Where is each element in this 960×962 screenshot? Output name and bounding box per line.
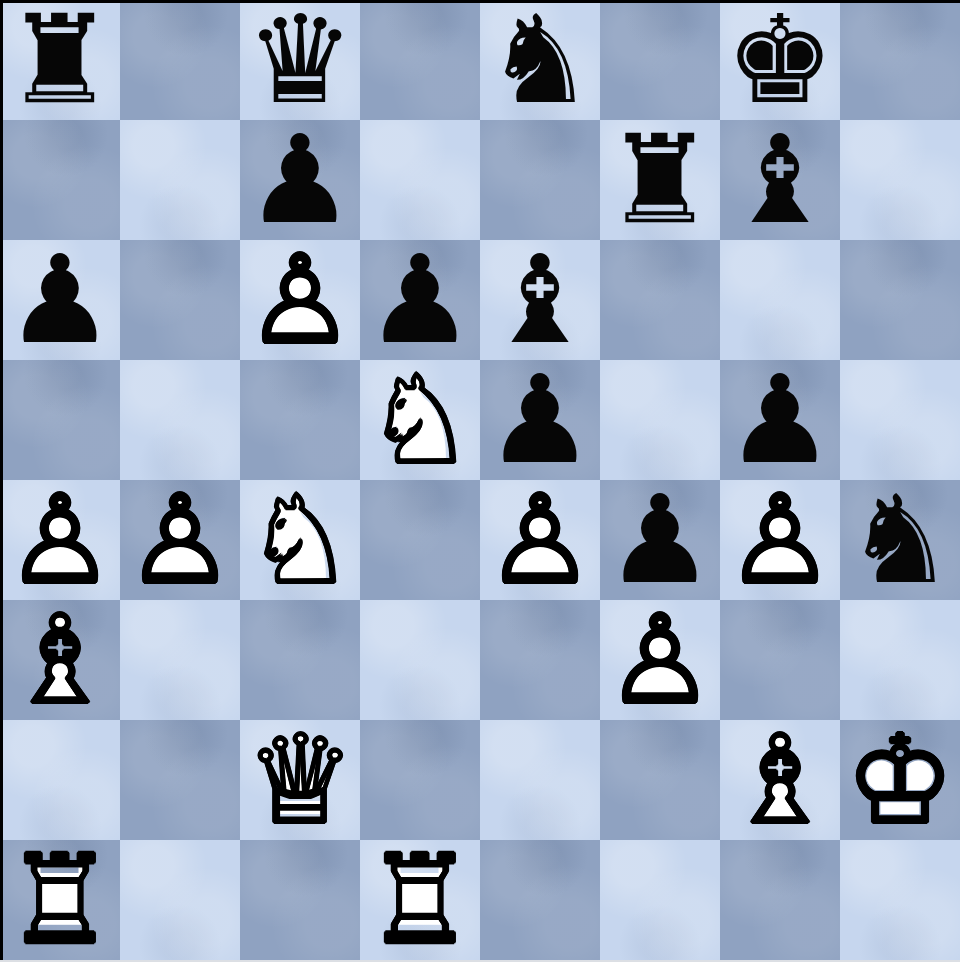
square-a4[interactable]: ♟♙	[0, 480, 120, 600]
white-bishop-a3[interactable]: ♝♗	[0, 600, 120, 720]
white-bishop-g2[interactable]: ♝♗	[720, 720, 840, 840]
white-knight-glyph: ♞	[240, 480, 360, 600]
chess-board: ♜♛♞♚♟♜♝♟♟♙♟♝♞♘♟♟♟♙♟♙♞♘♟♙♟♟♙♞♝♗♟♙♛♕♝♗♚♔♜♖…	[0, 0, 960, 960]
square-f7[interactable]: ♜	[600, 120, 720, 240]
square-h1[interactable]	[840, 840, 960, 960]
white-pawn-a4[interactable]: ♟♙	[0, 480, 120, 600]
white-pawn-c6[interactable]: ♟♙	[240, 240, 360, 360]
black-pawn-c7[interactable]: ♟	[240, 120, 360, 240]
board-border-left	[0, 0, 3, 960]
black-pawn-glyph: ♟	[240, 120, 360, 240]
white-pawn-outline: ♙	[240, 240, 360, 360]
white-queen-glyph: ♛	[240, 720, 360, 840]
square-e6[interactable]: ♝	[480, 240, 600, 360]
white-knight-glyph: ♞	[360, 360, 480, 480]
black-pawn-g5[interactable]: ♟	[720, 360, 840, 480]
square-e5[interactable]: ♟	[480, 360, 600, 480]
square-f6[interactable]	[600, 240, 720, 360]
square-b1[interactable]	[120, 840, 240, 960]
white-pawn-glyph: ♟	[240, 240, 360, 360]
square-a8[interactable]: ♜	[0, 0, 120, 120]
white-king-h2[interactable]: ♚♔	[840, 720, 960, 840]
square-d4[interactable]	[360, 480, 480, 600]
black-queen-c8[interactable]: ♛	[240, 0, 360, 120]
square-e2[interactable]	[480, 720, 600, 840]
square-d3[interactable]	[360, 600, 480, 720]
square-f3[interactable]: ♟♙	[600, 600, 720, 720]
square-b3[interactable]	[120, 600, 240, 720]
black-bishop-glyph: ♝	[720, 120, 840, 240]
black-bishop-e6[interactable]: ♝	[480, 240, 600, 360]
square-d2[interactable]	[360, 720, 480, 840]
black-pawn-f4[interactable]: ♟	[600, 480, 720, 600]
black-king-g8[interactable]: ♚	[720, 0, 840, 120]
square-c1[interactable]	[240, 840, 360, 960]
white-rook-outline: ♖	[0, 840, 120, 960]
white-bishop-glyph: ♝	[0, 600, 120, 720]
square-g5[interactable]: ♟	[720, 360, 840, 480]
square-h6[interactable]	[840, 240, 960, 360]
square-e4[interactable]: ♟♙	[480, 480, 600, 600]
white-queen-outline: ♕	[240, 720, 360, 840]
square-f1[interactable]	[600, 840, 720, 960]
white-pawn-g4[interactable]: ♟♙	[720, 480, 840, 600]
black-rook-a8[interactable]: ♜	[0, 0, 120, 120]
square-g2[interactable]: ♝♗	[720, 720, 840, 840]
square-f4[interactable]: ♟	[600, 480, 720, 600]
square-c7[interactable]: ♟	[240, 120, 360, 240]
white-pawn-e4[interactable]: ♟♙	[480, 480, 600, 600]
square-e7[interactable]	[480, 120, 600, 240]
white-pawn-outline: ♙	[720, 480, 840, 600]
black-pawn-e5[interactable]: ♟	[480, 360, 600, 480]
white-pawn-glyph: ♟	[480, 480, 600, 600]
white-king-outline: ♔	[840, 720, 960, 840]
white-knight-d5[interactable]: ♞♘	[360, 360, 480, 480]
square-g1[interactable]	[720, 840, 840, 960]
white-pawn-glyph: ♟	[0, 480, 120, 600]
board-border-top	[0, 0, 960, 3]
square-a2[interactable]	[0, 720, 120, 840]
black-knight-h4[interactable]: ♞	[840, 480, 960, 600]
square-e3[interactable]	[480, 600, 600, 720]
white-rook-outline: ♖	[360, 840, 480, 960]
black-bishop-glyph: ♝	[480, 240, 600, 360]
square-b6[interactable]	[120, 240, 240, 360]
white-rook-glyph: ♜	[0, 840, 120, 960]
square-d1[interactable]: ♜♖	[360, 840, 480, 960]
black-pawn-a6[interactable]: ♟	[0, 240, 120, 360]
black-pawn-glyph: ♟	[600, 480, 720, 600]
square-d7[interactable]	[360, 120, 480, 240]
square-h3[interactable]	[840, 600, 960, 720]
black-pawn-glyph: ♟	[360, 240, 480, 360]
square-g8[interactable]: ♚	[720, 0, 840, 120]
black-pawn-glyph: ♟	[720, 360, 840, 480]
square-c5[interactable]	[240, 360, 360, 480]
white-knight-outline: ♘	[240, 480, 360, 600]
black-pawn-glyph: ♟	[480, 360, 600, 480]
white-pawn-f3[interactable]: ♟♙	[600, 600, 720, 720]
white-king-glyph: ♚	[840, 720, 960, 840]
white-bishop-glyph: ♝	[720, 720, 840, 840]
square-e1[interactable]	[480, 840, 600, 960]
black-knight-glyph: ♞	[840, 480, 960, 600]
square-c8[interactable]: ♛	[240, 0, 360, 120]
square-g4[interactable]: ♟♙	[720, 480, 840, 600]
square-h5[interactable]	[840, 360, 960, 480]
square-h4[interactable]: ♞	[840, 480, 960, 600]
square-a5[interactable]	[0, 360, 120, 480]
black-rook-f7[interactable]: ♜	[600, 120, 720, 240]
square-h8[interactable]	[840, 0, 960, 120]
square-f5[interactable]	[600, 360, 720, 480]
black-king-glyph: ♚	[720, 0, 840, 120]
square-c4[interactable]: ♞♘	[240, 480, 360, 600]
white-pawn-glyph: ♟	[120, 480, 240, 600]
square-h2[interactable]: ♚♔	[840, 720, 960, 840]
square-b7[interactable]	[120, 120, 240, 240]
black-knight-glyph: ♞	[480, 0, 600, 120]
white-pawn-outline: ♙	[0, 480, 120, 600]
white-queen-c2[interactable]: ♛♕	[240, 720, 360, 840]
black-rook-glyph: ♜	[600, 120, 720, 240]
square-e8[interactable]: ♞	[480, 0, 600, 120]
square-g6[interactable]	[720, 240, 840, 360]
square-a6[interactable]: ♟	[0, 240, 120, 360]
square-d5[interactable]: ♞♘	[360, 360, 480, 480]
square-d8[interactable]	[360, 0, 480, 120]
white-knight-c4[interactable]: ♞♘	[240, 480, 360, 600]
white-bishop-outline: ♗	[720, 720, 840, 840]
square-h7[interactable]	[840, 120, 960, 240]
white-rook-d1[interactable]: ♜♖	[360, 840, 480, 960]
black-queen-glyph: ♛	[240, 0, 360, 120]
black-bishop-g7[interactable]: ♝	[720, 120, 840, 240]
white-pawn-outline: ♙	[480, 480, 600, 600]
black-pawn-d6[interactable]: ♟	[360, 240, 480, 360]
white-pawn-glyph: ♟	[600, 600, 720, 720]
square-b4[interactable]: ♟♙	[120, 480, 240, 600]
white-pawn-outline: ♙	[120, 480, 240, 600]
black-rook-glyph: ♜	[0, 0, 120, 120]
square-g3[interactable]	[720, 600, 840, 720]
square-b8[interactable]	[120, 0, 240, 120]
square-f8[interactable]	[600, 0, 720, 120]
square-f2[interactable]	[600, 720, 720, 840]
square-a1[interactable]: ♜♖	[0, 840, 120, 960]
square-b5[interactable]	[120, 360, 240, 480]
white-pawn-outline: ♙	[600, 600, 720, 720]
black-knight-e8[interactable]: ♞	[480, 0, 600, 120]
white-pawn-glyph: ♟	[720, 480, 840, 600]
white-pawn-b4[interactable]: ♟♙	[120, 480, 240, 600]
square-c6[interactable]: ♟♙	[240, 240, 360, 360]
square-b2[interactable]	[120, 720, 240, 840]
square-a3[interactable]: ♝♗	[0, 600, 120, 720]
white-knight-outline: ♘	[360, 360, 480, 480]
square-g7[interactable]: ♝	[720, 120, 840, 240]
square-d6[interactable]: ♟	[360, 240, 480, 360]
black-pawn-glyph: ♟	[0, 240, 120, 360]
white-rook-glyph: ♜	[360, 840, 480, 960]
chess-board-frame: ♜♛♞♚♟♜♝♟♟♙♟♝♞♘♟♟♟♙♟♙♞♘♟♙♟♟♙♞♝♗♟♙♛♕♝♗♚♔♜♖…	[0, 0, 960, 962]
white-bishop-outline: ♗	[0, 600, 120, 720]
square-c2[interactable]: ♛♕	[240, 720, 360, 840]
white-rook-a1[interactable]: ♜♖	[0, 840, 120, 960]
square-a7[interactable]	[0, 120, 120, 240]
square-c3[interactable]	[240, 600, 360, 720]
